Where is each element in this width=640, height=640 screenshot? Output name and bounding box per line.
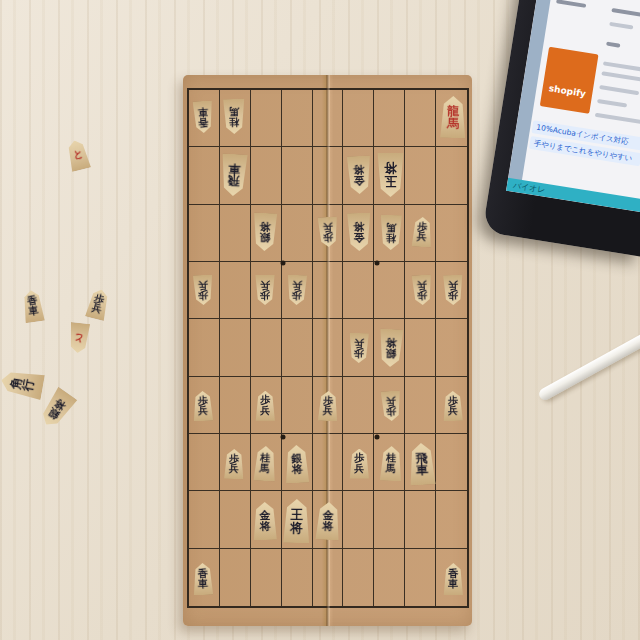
board-cell [405,90,436,147]
board-cell [282,377,313,434]
board-cell [282,319,313,376]
board-cell [189,205,220,262]
board-cell [343,377,374,434]
board-cell [220,319,251,376]
piece-kanji: 歩兵 [197,395,208,416]
board-cell [436,319,467,376]
board-cell [189,147,220,204]
piece-kanji: 香車 [448,569,458,590]
captured-piece[interactable]: と [67,322,90,354]
board-cell [282,147,313,204]
piece-kanji: 桂馬 [385,222,395,243]
board-cell [251,147,282,204]
piece-kanji: 歩兵 [260,280,270,301]
board-cell [374,491,405,548]
piece-kanji: 金将 [260,510,271,533]
piece-kanji: 桂馬 [385,453,396,474]
board-cell [405,319,436,376]
board-cell [374,90,405,147]
captured-piece[interactable]: 銀将 [36,387,77,432]
piece-kanji: 歩兵 [416,222,427,243]
piece-kanji: 歩兵 [260,395,270,416]
board-cell [251,549,282,606]
board-cell [436,147,467,204]
piece-kanji: 角行 [9,376,36,392]
board-cell [189,434,220,491]
star-point [375,434,380,439]
piece-kanji: 歩兵 [416,280,427,301]
piece-kanji: 銀将 [259,221,271,244]
piece-kanji: 金将 [354,221,365,244]
piece-kanji: 香車 [27,295,40,317]
board-cell [220,262,251,319]
piece-kanji: 歩兵 [385,395,396,416]
piece-kanji: と [73,332,84,343]
tablet-text-line [599,85,639,95]
piece-kanji: 銀将 [385,336,397,359]
desk-scene: 香車桂馬龍馬飛車金将玉将銀将歩兵金将桂馬歩兵歩兵歩兵歩兵歩兵歩兵歩兵銀将歩兵歩兵… [0,0,640,640]
board-cell [220,377,251,434]
board-cell [343,90,374,147]
tablet-text-line [601,71,640,85]
board-cell [282,549,313,606]
piece-kanji: 金将 [353,163,365,186]
board-cell [405,377,436,434]
piece-kanji: 龍馬 [447,104,459,129]
piece-kanji: 香車 [197,106,208,127]
board-cell [251,90,282,147]
piece-kanji: 銀将 [46,396,68,421]
piece-kanji: と [72,149,84,162]
board-cell [374,262,405,319]
board-cell [436,205,467,262]
tablet-text-line [595,113,640,126]
board-cell [189,319,220,376]
star-point [281,261,286,266]
shogi-board: 香車桂馬龍馬飛車金将玉将銀将歩兵金将桂馬歩兵歩兵歩兵歩兵歩兵歩兵歩兵銀将歩兵歩兵… [183,75,472,626]
piece-kanji: 歩兵 [322,222,333,243]
captured-piece[interactable]: 香車 [21,289,45,323]
piece-kanji: 香車 [197,569,208,590]
tablet-bottom-bar: バイオレ [506,178,640,213]
piece-kanji: 桂馬 [260,453,271,474]
piece-kanji: 飛車 [227,162,240,188]
piece-kanji: 王将 [290,508,303,534]
tablet-text-line [606,42,620,48]
tablet-text-line [597,99,627,108]
tablet-screen: shopify 10%Acubaインボイス対応 手やりまでこれをやりやすい バイ… [506,0,640,213]
star-point [281,434,286,439]
board-cell [405,147,436,204]
board-cell [343,262,374,319]
board-cell [251,319,282,376]
piece-kanji: 歩兵 [323,395,334,416]
piece-kanji: 歩兵 [448,280,458,301]
board-fold-seam [326,75,329,626]
board-cell [220,549,251,606]
piece-kanji: 歩兵 [91,293,106,316]
star-point [375,261,380,266]
board-cell [436,434,467,491]
tablet-text-line [556,0,586,8]
board-cell [374,549,405,606]
piece-kanji: 桂馬 [229,106,239,127]
stylus-pen [537,331,640,402]
board-cell [343,549,374,606]
piece-kanji: 歩兵 [448,395,458,416]
board-cell [220,491,251,548]
shopify-banner: shopify [540,47,599,114]
board-cell [405,491,436,548]
piece-kanji: 歩兵 [197,280,208,301]
captured-piece[interactable]: 角行 [0,368,45,401]
shopify-logo: shopify [548,83,586,99]
piece-kanji: 玉将 [384,162,397,188]
piece-kanji: 歩兵 [354,453,364,474]
piece-kanji: 銀将 [291,452,303,475]
piece-kanji: 金将 [322,510,334,533]
board-cell [436,491,467,548]
tablet: shopify 10%Acubaインボイス対応 手やりまでこれをやりやすい バイ… [482,0,640,257]
board-cell [405,549,436,606]
piece-kanji: 歩兵 [354,338,364,359]
board-cell [189,491,220,548]
board-cell [282,205,313,262]
piece-kanji: 歩兵 [291,280,302,301]
tablet-text-line [611,8,640,21]
captured-piece[interactable]: 歩兵 [85,287,112,321]
piece-kanji: 歩兵 [229,453,239,474]
captured-piece[interactable]: と [65,138,92,172]
piece-kanji: 飛車 [415,451,428,477]
board-cell [282,90,313,147]
board-cell [343,491,374,548]
board-cell [220,205,251,262]
tablet-text-line [609,22,633,30]
